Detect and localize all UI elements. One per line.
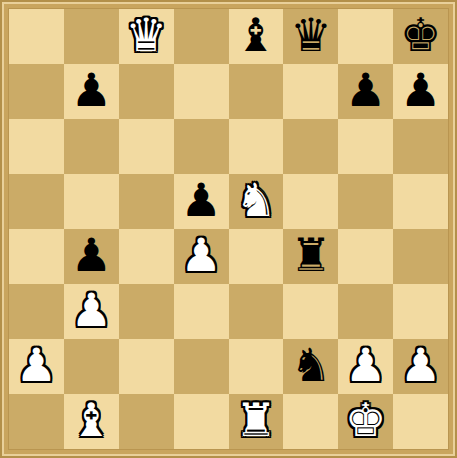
square-b8[interactable] — [64, 9, 119, 64]
piece-black-pawn[interactable]: ♟ — [71, 232, 112, 278]
square-a2[interactable]: ♟ — [9, 339, 64, 394]
square-e7[interactable] — [229, 64, 284, 119]
square-e4[interactable] — [229, 229, 284, 284]
square-f1[interactable] — [283, 394, 338, 449]
square-f7[interactable] — [283, 64, 338, 119]
piece-white-pawn[interactable]: ♟ — [180, 232, 221, 278]
piece-white-rook[interactable]: ♜ — [235, 397, 276, 443]
square-b6[interactable] — [64, 119, 119, 174]
square-g2[interactable]: ♟ — [338, 339, 393, 394]
square-a1[interactable] — [9, 394, 64, 449]
square-b5[interactable] — [64, 174, 119, 229]
piece-black-pawn[interactable]: ♟ — [345, 67, 386, 113]
square-h5[interactable] — [393, 174, 448, 229]
square-c7[interactable] — [119, 64, 174, 119]
square-d6[interactable] — [174, 119, 229, 174]
piece-black-queen[interactable]: ♛ — [290, 12, 331, 58]
square-e1[interactable]: ♜ — [229, 394, 284, 449]
square-e6[interactable] — [229, 119, 284, 174]
piece-white-pawn[interactable]: ♟ — [345, 342, 386, 388]
square-d7[interactable] — [174, 64, 229, 119]
square-d5[interactable]: ♟ — [174, 174, 229, 229]
square-a8[interactable] — [9, 9, 64, 64]
square-b3[interactable]: ♟ — [64, 284, 119, 339]
piece-black-rook[interactable]: ♜ — [290, 232, 331, 278]
square-a4[interactable] — [9, 229, 64, 284]
square-h2[interactable]: ♟ — [393, 339, 448, 394]
square-h1[interactable] — [393, 394, 448, 449]
square-f4[interactable]: ♜ — [283, 229, 338, 284]
piece-white-pawn[interactable]: ♟ — [400, 342, 441, 388]
square-f6[interactable] — [283, 119, 338, 174]
piece-black-knight[interactable]: ♞ — [290, 342, 331, 388]
square-e8[interactable]: ♝ — [229, 9, 284, 64]
piece-white-knight[interactable]: ♞ — [235, 177, 276, 223]
square-h3[interactable] — [393, 284, 448, 339]
square-d3[interactable] — [174, 284, 229, 339]
piece-white-queen[interactable]: ♛ — [126, 12, 167, 58]
square-e2[interactable] — [229, 339, 284, 394]
piece-black-pawn[interactable]: ♟ — [180, 177, 221, 223]
square-a5[interactable] — [9, 174, 64, 229]
square-b1[interactable]: ♝ — [64, 394, 119, 449]
square-g7[interactable]: ♟ — [338, 64, 393, 119]
chess-board-frame: ♛♝♛♚♟♟♟♟♞♟♟♜♟♟♞♟♟♝♜♚ — [0, 0, 457, 458]
square-c6[interactable] — [119, 119, 174, 174]
square-f8[interactable]: ♛ — [283, 9, 338, 64]
square-c2[interactable] — [119, 339, 174, 394]
square-a7[interactable] — [9, 64, 64, 119]
piece-white-bishop[interactable]: ♝ — [71, 397, 112, 443]
piece-white-king[interactable]: ♚ — [345, 397, 386, 443]
square-c1[interactable] — [119, 394, 174, 449]
square-g1[interactable]: ♚ — [338, 394, 393, 449]
square-d4[interactable]: ♟ — [174, 229, 229, 284]
square-f5[interactable] — [283, 174, 338, 229]
square-b4[interactable]: ♟ — [64, 229, 119, 284]
piece-white-pawn[interactable]: ♟ — [16, 342, 57, 388]
square-e3[interactable] — [229, 284, 284, 339]
square-d8[interactable] — [174, 9, 229, 64]
piece-black-pawn[interactable]: ♟ — [400, 67, 441, 113]
square-g4[interactable] — [338, 229, 393, 284]
square-h6[interactable] — [393, 119, 448, 174]
piece-black-pawn[interactable]: ♟ — [71, 67, 112, 113]
chess-board: ♛♝♛♚♟♟♟♟♞♟♟♜♟♟♞♟♟♝♜♚ — [8, 8, 449, 450]
piece-black-bishop[interactable]: ♝ — [235, 12, 276, 58]
square-e5[interactable]: ♞ — [229, 174, 284, 229]
square-a6[interactable] — [9, 119, 64, 174]
square-c8[interactable]: ♛ — [119, 9, 174, 64]
square-b7[interactable]: ♟ — [64, 64, 119, 119]
square-g3[interactable] — [338, 284, 393, 339]
square-g6[interactable] — [338, 119, 393, 174]
square-b2[interactable] — [64, 339, 119, 394]
square-d1[interactable] — [174, 394, 229, 449]
square-a3[interactable] — [9, 284, 64, 339]
square-h7[interactable]: ♟ — [393, 64, 448, 119]
piece-white-pawn[interactable]: ♟ — [71, 287, 112, 333]
square-h8[interactable]: ♚ — [393, 9, 448, 64]
square-f2[interactable]: ♞ — [283, 339, 338, 394]
square-c3[interactable] — [119, 284, 174, 339]
square-f3[interactable] — [283, 284, 338, 339]
square-g5[interactable] — [338, 174, 393, 229]
square-g8[interactable] — [338, 9, 393, 64]
square-d2[interactable] — [174, 339, 229, 394]
square-c5[interactable] — [119, 174, 174, 229]
piece-black-king[interactable]: ♚ — [400, 12, 441, 58]
square-h4[interactable] — [393, 229, 448, 284]
square-c4[interactable] — [119, 229, 174, 284]
